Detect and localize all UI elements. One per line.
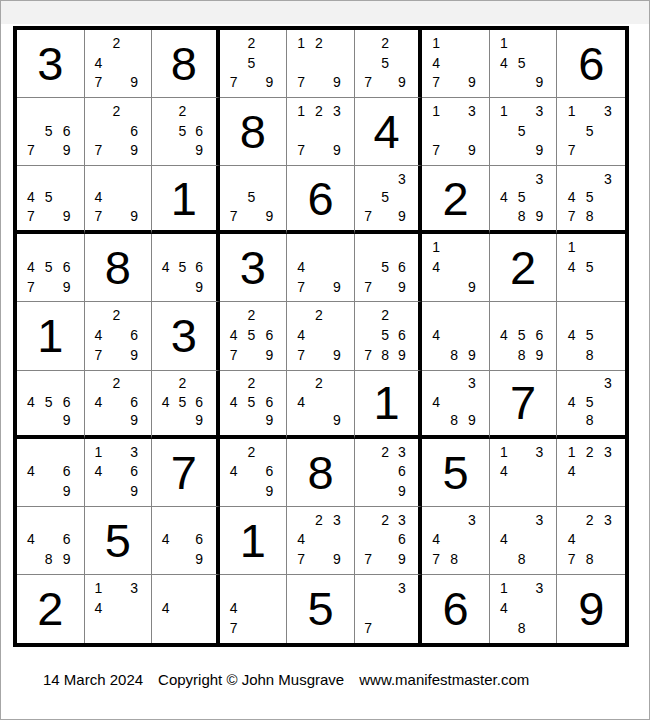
cell-r2c1[interactable]: 5679	[17, 98, 85, 166]
pencil-mark-pos-7	[495, 345, 513, 365]
pencil-mark-pos-8	[310, 277, 328, 297]
cell-r8c4[interactable]: 1	[220, 507, 288, 575]
pencil-marks: 489	[427, 305, 481, 364]
cell-r6c5[interactable]: 249	[287, 371, 355, 439]
pencil-mark-pos-4: 4	[562, 461, 580, 481]
pencil-mark-pos-7: 7	[292, 141, 310, 161]
pencil-mark-pos-1	[225, 33, 243, 53]
pencil-mark-pos-5	[513, 529, 531, 549]
pencil-mark-pos-4: 4	[90, 461, 108, 481]
pencil-mark-pos-4: 4	[157, 392, 174, 411]
pencil-mark-pos-2	[107, 578, 125, 598]
cell-r3c5[interactable]: 6	[287, 166, 355, 234]
pencil-mark-pos-6	[191, 598, 208, 618]
cell-r1c3[interactable]: 8	[152, 30, 220, 98]
pencil-mark-pos-7	[90, 618, 108, 638]
pencil-mark-pos-7	[495, 618, 513, 638]
pencil-mark-pos-7	[495, 549, 513, 569]
cell-r3c1[interactable]: 4579	[17, 166, 85, 234]
pencil-mark-pos-7: 7	[90, 141, 108, 161]
pencil-mark-pos-9: 9	[328, 72, 346, 92]
pencil-marks: 3478	[427, 510, 481, 569]
cell-r8c9[interactable]: 23478	[557, 507, 625, 575]
cell-r5c3[interactable]: 3	[152, 302, 220, 370]
pencil-mark-pos-6	[328, 121, 346, 141]
cell-r6c7[interactable]: 3489	[422, 371, 490, 439]
pencil-mark-pos-4	[360, 257, 377, 277]
pencil-mark-pos-7: 7	[562, 207, 580, 226]
pencil-mark-pos-7: 7	[427, 141, 445, 161]
cell-r2c9[interactable]: 1357	[557, 98, 625, 166]
pencil-mark-pos-2: 2	[377, 442, 394, 462]
pencil-mark-pos-3	[191, 374, 208, 393]
pencil-mark-pos-5	[174, 529, 191, 549]
pencil-mark-pos-5	[445, 257, 463, 277]
cell-r5c8[interactable]: 45689	[490, 302, 558, 370]
pencil-marks: 469	[157, 510, 208, 569]
pencil-mark-pos-9: 9	[260, 207, 278, 226]
cell-r2c6[interactable]: 4	[355, 98, 423, 166]
pencil-mark-pos-1	[427, 510, 445, 530]
pencil-mark-pos-5	[40, 461, 58, 481]
cell-r2c8[interactable]: 1359	[490, 98, 558, 166]
pencil-mark-pos-5: 5	[513, 121, 531, 141]
pencil-marks: 23478	[562, 510, 617, 569]
pencil-marks: 2369	[360, 442, 411, 501]
cell-r2c5[interactable]: 12379	[287, 98, 355, 166]
pencil-mark-pos-2: 2	[581, 510, 599, 530]
cell-r4c8[interactable]: 2	[490, 234, 558, 302]
pencil-mark-pos-5	[107, 53, 125, 73]
pencil-mark-pos-1	[292, 305, 310, 325]
pencil-mark-pos-4: 4	[292, 529, 310, 549]
cell-r1c4[interactable]: 2579	[220, 30, 288, 98]
pencil-mark-pos-9: 9	[328, 411, 346, 430]
pencil-mark-pos-6	[531, 53, 549, 73]
pencil-mark-pos-9: 9	[393, 277, 410, 297]
pencil-mark-pos-3: 3	[599, 101, 617, 121]
pencil-mark-pos-3	[463, 305, 481, 325]
pencil-mark-pos-1: 1	[427, 33, 445, 53]
cell-r6c6[interactable]: 1	[355, 371, 423, 439]
pencil-mark-pos-1	[157, 374, 174, 393]
cell-r5c6[interactable]: 256789	[355, 302, 423, 370]
cell-r2c3[interactable]: 2569	[152, 98, 220, 166]
cell-r9c8[interactable]: 1348	[490, 575, 558, 643]
pencil-mark-pos-2: 2	[377, 305, 394, 325]
pencil-mark-pos-1	[225, 169, 243, 188]
cell-r7c6[interactable]: 2369	[355, 439, 423, 507]
pencil-mark-pos-4: 4	[90, 188, 108, 207]
cell-r4c1[interactable]: 45679	[17, 234, 85, 302]
cell-r7c9[interactable]: 1234	[557, 439, 625, 507]
cell-r4c6[interactable]: 5679	[355, 234, 423, 302]
pencil-mark-pos-5	[581, 461, 599, 481]
pencil-mark-pos-2	[581, 237, 599, 257]
pencil-mark-pos-3	[260, 33, 278, 53]
pencil-marks: 256789	[360, 305, 411, 364]
pencil-mark-pos-2: 2	[243, 305, 261, 325]
pencil-mark-pos-7	[90, 411, 108, 430]
pencil-mark-pos-1: 1	[495, 33, 513, 53]
cell-r4c2[interactable]: 8	[85, 234, 153, 302]
pencil-mark-pos-1	[495, 169, 513, 188]
pencil-mark-pos-6	[125, 188, 143, 207]
pencil-marks: 249	[292, 374, 346, 430]
pencil-mark-pos-2	[513, 578, 531, 598]
given-digit: 2	[490, 234, 557, 301]
cell-r4c9[interactable]: 145	[557, 234, 625, 302]
cell-r3c7[interactable]: 2	[422, 166, 490, 234]
pencil-mark-pos-4: 4	[90, 53, 108, 73]
pencil-mark-pos-7: 7	[225, 207, 243, 226]
cell-r4c5[interactable]: 479	[287, 234, 355, 302]
pencil-mark-pos-3: 3	[393, 578, 410, 598]
cell-r9c7[interactable]: 6	[422, 575, 490, 643]
cell-r9c2[interactable]: 134	[85, 575, 153, 643]
pencil-mark-pos-3	[191, 578, 208, 598]
pencil-mark-pos-2	[174, 578, 191, 598]
cell-r3c4[interactable]: 579	[220, 166, 288, 234]
pencil-mark-pos-5: 5	[377, 188, 394, 207]
pencil-mark-pos-6	[328, 529, 346, 549]
pencil-mark-pos-1	[22, 237, 40, 257]
cell-r4c4[interactable]: 3	[220, 234, 288, 302]
cell-r9c9[interactable]: 9	[557, 575, 625, 643]
pencil-mark-pos-8	[107, 141, 125, 161]
cell-r7c4[interactable]: 2469	[220, 439, 288, 507]
pencil-mark-pos-9	[599, 481, 617, 501]
pencil-mark-pos-6	[599, 325, 617, 345]
cell-r4c3[interactable]: 4569	[152, 234, 220, 302]
pencil-mark-pos-8	[243, 411, 261, 430]
pencil-mark-pos-9	[599, 345, 617, 365]
pencil-marks: 2569	[157, 101, 208, 160]
pencil-mark-pos-6	[599, 188, 617, 207]
pencil-mark-pos-2	[513, 33, 531, 53]
pencil-mark-pos-4: 4	[90, 325, 108, 345]
sudoku-grid: 3247982579127925791479145965679267925698…	[13, 26, 629, 647]
cell-r3c9[interactable]: 34578	[557, 166, 625, 234]
cell-r6c9[interactable]: 3458	[557, 371, 625, 439]
cell-r6c2[interactable]: 2469	[85, 371, 153, 439]
pencil-mark-pos-4: 4	[495, 529, 513, 549]
cell-r4c7[interactable]: 149	[422, 234, 490, 302]
pencil-mark-pos-2	[40, 237, 58, 257]
pencil-mark-pos-6: 6	[393, 257, 410, 277]
pencil-mark-pos-1	[157, 578, 174, 598]
pencil-mark-pos-2	[377, 169, 394, 188]
pencil-mark-pos-9: 9	[125, 207, 143, 226]
pencil-mark-pos-5	[581, 529, 599, 549]
pencil-mark-pos-9: 9	[125, 481, 143, 501]
pencil-mark-pos-5	[107, 325, 125, 345]
pencil-mark-pos-1: 1	[427, 101, 445, 121]
pencil-mark-pos-9: 9	[393, 72, 410, 92]
pencil-mark-pos-7	[495, 481, 513, 501]
pencil-mark-pos-7: 7	[292, 72, 310, 92]
pencil-mark-pos-6	[58, 188, 76, 207]
pencil-marks: 2679	[90, 101, 144, 160]
pencil-mark-pos-4: 4	[427, 529, 445, 549]
pencil-mark-pos-9	[599, 141, 617, 161]
cell-r7c7[interactable]: 5	[422, 439, 490, 507]
pencil-mark-pos-6	[328, 257, 346, 277]
pencil-mark-pos-2	[581, 305, 599, 325]
pencil-mark-pos-4	[360, 598, 377, 618]
pencil-mark-pos-7	[562, 481, 580, 501]
pencil-mark-pos-7: 7	[22, 207, 40, 226]
pencil-mark-pos-1	[22, 510, 40, 530]
pencil-mark-pos-2	[445, 237, 463, 257]
cell-r9c4[interactable]: 47	[220, 575, 288, 643]
pencil-mark-pos-3: 3	[531, 101, 549, 121]
cell-r1c1[interactable]: 3	[17, 30, 85, 98]
cell-r5c7[interactable]: 489	[422, 302, 490, 370]
pencil-mark-pos-1	[360, 305, 377, 325]
pencil-marks: 2469	[225, 442, 279, 501]
cell-r2c2[interactable]: 2679	[85, 98, 153, 166]
pencil-mark-pos-3: 3	[463, 374, 481, 393]
cell-r6c8[interactable]: 7	[490, 371, 558, 439]
pencil-mark-pos-8	[310, 72, 328, 92]
given-digit: 5	[422, 439, 489, 506]
pencil-mark-pos-4	[360, 529, 377, 549]
pencil-mark-pos-4: 4	[562, 392, 580, 411]
cell-r8c3[interactable]: 469	[152, 507, 220, 575]
pencil-mark-pos-1	[157, 510, 174, 530]
pencil-mark-pos-1: 1	[495, 442, 513, 462]
pencil-mark-pos-9: 9	[463, 72, 481, 92]
pencil-mark-pos-8	[243, 618, 261, 638]
cell-r8c6[interactable]: 23679	[355, 507, 423, 575]
pencil-mark-pos-6: 6	[125, 461, 143, 481]
cell-r8c1[interactable]: 4689	[17, 507, 85, 575]
pencil-mark-pos-3	[393, 237, 410, 257]
cell-r8c2[interactable]: 5	[85, 507, 153, 575]
pencil-mark-pos-6	[599, 392, 617, 411]
pencil-mark-pos-1	[225, 374, 243, 393]
pencil-mark-pos-6: 6	[393, 529, 410, 549]
cell-r1c9[interactable]: 6	[557, 30, 625, 98]
cell-r9c1[interactable]: 2	[17, 575, 85, 643]
pencil-mark-pos-7: 7	[90, 207, 108, 226]
cell-r8c7[interactable]: 3478	[422, 507, 490, 575]
pencil-mark-pos-7: 7	[292, 549, 310, 569]
pencil-marks: 2469	[90, 374, 144, 430]
pencil-mark-pos-3	[260, 442, 278, 462]
pencil-marks: 47	[225, 578, 279, 638]
pencil-marks: 4579	[22, 169, 76, 225]
pencil-mark-pos-5	[445, 529, 463, 549]
pencil-mark-pos-1	[360, 510, 377, 530]
pencil-mark-pos-6	[463, 325, 481, 345]
pencil-mark-pos-7	[90, 481, 108, 501]
cell-r1c5[interactable]: 1279	[287, 30, 355, 98]
cell-r5c5[interactable]: 2479	[287, 302, 355, 370]
cell-r3c8[interactable]: 34589	[490, 166, 558, 234]
cell-r3c3[interactable]: 1	[152, 166, 220, 234]
cell-r1c8[interactable]: 1459	[490, 30, 558, 98]
cell-r9c6[interactable]: 37	[355, 575, 423, 643]
pencil-mark-pos-7: 7	[562, 549, 580, 569]
pencil-mark-pos-3: 3	[531, 510, 549, 530]
cell-r1c7[interactable]: 1479	[422, 30, 490, 98]
pencil-mark-pos-3: 3	[393, 510, 410, 530]
pencil-mark-pos-6: 6	[260, 392, 278, 411]
pencil-marks: 1359	[495, 101, 549, 160]
pencil-mark-pos-9	[599, 207, 617, 226]
cell-r8c8[interactable]: 348	[490, 507, 558, 575]
pencil-mark-pos-4	[292, 121, 310, 141]
pencil-mark-pos-9	[463, 549, 481, 569]
pencil-mark-pos-2: 2	[377, 33, 394, 53]
pencil-mark-pos-9: 9	[191, 141, 208, 161]
pencil-marks: 579	[225, 169, 279, 225]
pencil-mark-pos-7	[22, 481, 40, 501]
pencil-mark-pos-4: 4	[495, 598, 513, 618]
cell-r6c4[interactable]: 24569	[220, 371, 288, 439]
cell-r2c4[interactable]: 8	[220, 98, 288, 166]
pencil-mark-pos-9: 9	[463, 141, 481, 161]
pencil-mark-pos-3	[328, 237, 346, 257]
pencil-mark-pos-4: 4	[22, 392, 40, 411]
pencil-mark-pos-4	[360, 188, 377, 207]
pencil-marks: 1234	[562, 442, 617, 501]
pencil-mark-pos-6	[463, 257, 481, 277]
pencil-marks: 3458	[562, 374, 617, 430]
pencil-mark-pos-2: 2	[243, 374, 261, 393]
pencil-mark-pos-8: 8	[445, 345, 463, 365]
pencil-mark-pos-5	[310, 325, 328, 345]
pencil-mark-pos-3: 3	[531, 578, 549, 598]
pencil-mark-pos-2	[243, 169, 261, 188]
pencil-mark-pos-6	[125, 598, 143, 618]
cell-r8c5[interactable]: 23479	[287, 507, 355, 575]
pencil-marks: 479	[292, 237, 346, 296]
pencil-mark-pos-1	[225, 578, 243, 598]
cell-r7c5[interactable]: 8	[287, 439, 355, 507]
cell-r1c6[interactable]: 2579	[355, 30, 423, 98]
cell-r2c7[interactable]: 1379	[422, 98, 490, 166]
given-digit: 5	[287, 575, 354, 643]
pencil-mark-pos-8	[445, 141, 463, 161]
pencil-mark-pos-6: 6	[393, 325, 410, 345]
given-digit: 8	[152, 30, 216, 97]
pencil-mark-pos-9: 9	[58, 141, 76, 161]
cell-r3c6[interactable]: 3579	[355, 166, 423, 234]
pencil-mark-pos-2	[581, 374, 599, 393]
pencil-mark-pos-7	[157, 618, 174, 638]
pencil-mark-pos-3: 3	[599, 442, 617, 462]
pencil-mark-pos-5: 5	[40, 188, 58, 207]
pencil-mark-pos-1	[22, 374, 40, 393]
cell-r5c1[interactable]: 1	[17, 302, 85, 370]
pencil-mark-pos-7: 7	[562, 141, 580, 161]
cell-r6c1[interactable]: 4569	[17, 371, 85, 439]
pencil-mark-pos-3	[531, 305, 549, 325]
cell-r9c3[interactable]: 4	[152, 575, 220, 643]
pencil-mark-pos-5	[310, 392, 328, 411]
pencil-mark-pos-6: 6	[531, 325, 549, 345]
pencil-mark-pos-8	[174, 549, 191, 569]
cell-r7c1[interactable]: 469	[17, 439, 85, 507]
pencil-mark-pos-7	[495, 141, 513, 161]
pencil-mark-pos-3	[58, 510, 76, 530]
cell-r9c5[interactable]: 5	[287, 575, 355, 643]
pencil-mark-pos-7: 7	[225, 345, 243, 365]
pencil-mark-pos-6	[531, 529, 549, 549]
pencil-mark-pos-9	[260, 618, 278, 638]
pencil-mark-pos-3	[328, 374, 346, 393]
pencil-mark-pos-2	[581, 169, 599, 188]
cell-r5c2[interactable]: 24679	[85, 302, 153, 370]
cell-r7c2[interactable]: 13469	[85, 439, 153, 507]
cell-r5c9[interactable]: 458	[557, 302, 625, 370]
pencil-mark-pos-4	[22, 121, 40, 141]
pencil-mark-pos-8	[377, 549, 394, 569]
pencil-mark-pos-2	[513, 169, 531, 188]
pencil-mark-pos-5: 5	[581, 121, 599, 141]
cell-r5c4[interactable]: 245679	[220, 302, 288, 370]
pencil-mark-pos-5: 5	[377, 53, 394, 73]
cell-r3c2[interactable]: 479	[85, 166, 153, 234]
pencil-mark-pos-7: 7	[360, 345, 377, 365]
pencil-mark-pos-7	[157, 549, 174, 569]
pencil-mark-pos-5	[107, 121, 125, 141]
pencil-mark-pos-8	[310, 141, 328, 161]
pencil-mark-pos-4: 4	[292, 257, 310, 277]
pencil-mark-pos-4: 4	[427, 325, 445, 345]
given-digit: 8	[220, 98, 287, 165]
pencil-mark-pos-2	[445, 101, 463, 121]
pencil-mark-pos-6: 6	[58, 121, 76, 141]
pencil-mark-pos-3	[191, 237, 208, 257]
pencil-mark-pos-3	[531, 33, 549, 53]
pencil-mark-pos-3	[58, 101, 76, 121]
cell-r1c2[interactable]: 2479	[85, 30, 153, 98]
pencil-mark-pos-7: 7	[292, 345, 310, 365]
pencil-marks: 1279	[292, 33, 346, 92]
pencil-mark-pos-6	[328, 325, 346, 345]
pencil-mark-pos-1	[562, 169, 580, 188]
pencil-mark-pos-7	[495, 207, 513, 226]
cell-r7c8[interactable]: 134	[490, 439, 558, 507]
cell-r6c3[interactable]: 24569	[152, 371, 220, 439]
pencil-mark-pos-1: 1	[427, 237, 445, 257]
pencil-mark-pos-9: 9	[58, 481, 76, 501]
pencil-mark-pos-5: 5	[581, 325, 599, 345]
pencil-mark-pos-8	[513, 72, 531, 92]
given-digit: 6	[287, 166, 354, 230]
pencil-mark-pos-2	[40, 101, 58, 121]
pencil-mark-pos-3: 3	[393, 442, 410, 462]
pencil-mark-pos-1	[157, 237, 174, 257]
pencil-mark-pos-2: 2	[107, 101, 125, 121]
pencil-mark-pos-9: 9	[260, 345, 278, 365]
given-digit: 2	[17, 575, 84, 643]
pencil-mark-pos-8: 8	[513, 345, 531, 365]
pencil-mark-pos-6	[125, 53, 143, 73]
cell-r7c3[interactable]: 7	[152, 439, 220, 507]
pencil-mark-pos-7	[427, 277, 445, 297]
pencil-mark-pos-4: 4	[495, 53, 513, 73]
pencil-marks: 458	[562, 305, 617, 364]
pencil-mark-pos-5	[445, 325, 463, 345]
pencil-marks: 4569	[22, 374, 76, 430]
pencil-mark-pos-4: 4	[562, 529, 580, 549]
pencil-mark-pos-1	[360, 169, 377, 188]
